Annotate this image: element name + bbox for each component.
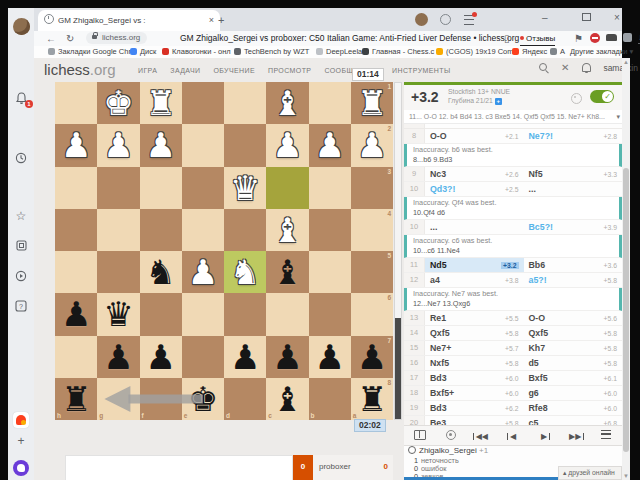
move[interactable]: Rfe8+6.0 [524,401,623,415]
yandex-services-icon[interactable] [13,412,29,428]
move-eval: +2.5 [505,186,518,193]
move-eval: +2.1 [505,133,518,140]
move-number: 10 [404,182,425,196]
bookmark-favicon-icon [316,48,323,55]
other-bookmarks-button[interactable]: Другие закладки ▾ [570,47,633,57]
next-move-button[interactable]: ▶ [529,431,560,441]
move-row: 13Re1+5.5O-O+5.6 [404,311,622,326]
rank-label: 5 [387,252,391,259]
bookmark-item[interactable]: Главная - Chess.c [362,47,434,57]
square-h1[interactable] [55,82,97,124]
move-number: 20 [404,416,425,425]
square-c5[interactable]: ♝ [266,251,308,293]
bookmark-favicon-icon [234,48,241,55]
square-e3[interactable] [182,167,224,209]
square-e2[interactable] [182,124,224,166]
move-number: 9 [404,167,425,181]
square-h5[interactable] [55,251,97,293]
move-eval: +5.8 [604,345,617,352]
square-f1[interactable]: ♜ [140,82,182,124]
rank-label: 2 [387,125,391,132]
engine-depth: Глубина 21/21 [448,97,493,104]
move[interactable]: Kh7+5.8 [524,341,623,355]
move-row: 16Nxf5+5.8d5+5.8 [404,356,622,371]
nav-item-просмотр[interactable]: ПРОСМОТР [268,67,311,74]
white-pawn[interactable]: ♟ [140,124,182,166]
move-row: 9Nc3+2.6Nf5+3.3 [404,167,622,182]
move-row: 10...Bc5?!+3.9 [404,220,622,235]
move[interactable]: g6+6.0 [524,386,623,400]
square-g7[interactable]: ♟ [97,336,139,378]
move-row: 10Qd3?!+2.5... [404,182,622,197]
move-eval: +6.0 [505,375,518,382]
move-row: 17Bd3+6.0Bxf5+6.1 [404,371,622,386]
bookmark-favicon-icon [436,48,443,55]
toggle-check-icon: ✓ [602,91,613,102]
analysis-panel: +3.2 Stockfish 13+ NNUE Глубина 21/21 + … [404,82,622,480]
square-h2[interactable]: ♟ [55,124,97,166]
address-bar[interactable]: lichess.org [86,32,147,44]
move-eval: +5.7 [505,345,518,352]
move[interactable]: d5+5.8 [524,356,623,370]
black-pawn[interactable]: ♟ [266,336,308,378]
square-h7[interactable] [55,336,97,378]
white-pawn[interactable]: ♟ [309,124,351,166]
square-b7[interactable]: ♟ [309,336,351,378]
reader-mode-icon[interactable]: ▯ [504,32,510,45]
lichess-page: lichess.org ИГРАЗАДАЧИОБУЧЕНИЕПРОСМОТРСО… [34,58,622,480]
white-rook[interactable]: ♜ [140,82,182,124]
move-number: 12 [404,273,425,287]
feedback-button[interactable]: Отзывы [520,32,555,46]
move[interactable]: Nf5+3.3 [524,167,623,181]
lichess-logo[interactable]: lichess.org [44,61,116,78]
move[interactable]: Bxf5++6.0 [425,386,524,400]
move-row: 20Be3+5.8c5+6.8 [404,416,622,425]
close-x-icon[interactable]: ✕ [561,63,569,73]
tab-close-icon[interactable]: × [209,10,214,31]
move-eval: +2.6 [505,171,518,178]
bookmark-item[interactable]: DeepLeela [316,47,362,57]
square-e8[interactable]: ♚e [182,378,224,420]
bookmark-favicon-icon [512,48,519,55]
bookmark-item[interactable]: (CGOS) 19x19 Com [436,47,514,57]
move[interactable]: Ne7++5.7 [425,341,524,355]
alice-assistant-icon[interactable] [13,460,29,476]
move-number: 15 [404,341,425,355]
engine-line[interactable]: 11... O-O 12. b4 Bd4 13. c3 Bxe5 14. Qxf… [404,110,622,124]
move-eval: +6.0 [505,390,518,397]
move-eval: +5.8 [604,360,617,367]
move[interactable]: Nd5+3.2 [425,258,524,272]
square-g1[interactable]: ♚ [97,82,139,124]
bookmark-favicon-icon [130,48,137,55]
move[interactable]: O-O+5.6 [524,311,623,325]
white-knight[interactable]: ♞ [224,251,266,293]
comment-variation[interactable]: 12...Ne7 13.Qxg6 [413,299,619,309]
bookmark-flag-icon[interactable]: ⚑ [574,32,583,45]
eval-gauge [394,82,402,420]
square-e5[interactable]: ♟ [182,251,224,293]
scroll-up-icon[interactable]: ▲ [622,59,630,65]
move-row: 18Bxf5++6.0g6+6.0 [404,386,622,401]
white-pawn[interactable]: ♟ [182,251,224,293]
feedback-dot [520,36,524,40]
browser-profile-avatar[interactable] [415,13,428,26]
square-g8[interactable]: g [97,378,139,420]
help-icon[interactable]: ? [8,300,34,314]
username[interactable]: samarkin [603,63,637,73]
white-king[interactable]: ♚ [97,82,139,124]
browser-toolbar: ← ↻ lichess.org GM Zhigalko_Sergei vs pr… [34,31,622,46]
square-a4[interactable]: 4 [351,209,393,251]
move[interactable]: ... [425,220,524,234]
practice-target-icon[interactable] [435,430,466,442]
black-pawn[interactable]: ♟ [309,336,351,378]
engine-eval: +3.2 [411,89,439,105]
move[interactable]: a5?!+5.8 [524,273,623,287]
square-h8[interactable]: ♜h [55,378,97,420]
move-eval: +2.8 [604,133,617,140]
move-eval: +5.8 [604,277,617,284]
address-page-title: GM Zhigalko_Sergei vs proboxer: C50 Ital… [180,32,519,45]
move[interactable]: Be3+5.8 [425,416,524,425]
page-scrollbar[interactable]: ▲ ▼ [622,58,630,480]
engine-toggle[interactable]: ✓ [590,90,614,103]
browser-menu-icon[interactable] [464,15,474,25]
rank-label: 8 [387,379,391,386]
notifications-bell-icon[interactable]: 1 [8,92,34,106]
move-number: 8 [404,129,425,143]
bookmarks-star-icon[interactable]: ☆ [8,209,34,223]
move-eval: +3.2 [501,262,518,269]
square-h6[interactable]: ♟ [55,293,97,335]
car-extension-icon[interactable] [606,34,617,41]
reload-icon[interactable]: ↻ [66,32,74,45]
bookmark-item[interactable]: TechBench by WZT [234,47,309,57]
black-pawn[interactable]: ♟ [55,293,97,335]
move-list[interactable]: 8O-O+2.1Ne7?!+2.8Inaccuracy. b6 was best… [404,124,622,425]
black-pawn[interactable]: ♟ [224,336,266,378]
rank-label: 3 [387,168,391,175]
white-queen[interactable]: ♛ [224,167,266,209]
comment-text: Inaccuracy. b6 was best. [413,145,619,155]
rank-label: 6 [387,294,391,301]
square-b1[interactable] [309,82,351,124]
square-h4[interactable] [55,209,97,251]
comment-text: Inaccuracy. c6 was best. [413,236,619,246]
rank-label: 4 [387,210,391,217]
add-panel-icon[interactable]: + [8,434,34,448]
square-f8[interactable]: f [140,378,182,420]
square-f3[interactable] [140,167,182,209]
square-e1[interactable] [182,82,224,124]
tab-title: GM Zhigalko_Sergei vs : [58,16,146,25]
square-h3[interactable] [55,167,97,209]
move[interactable]: Bb6+3.6 [524,258,623,272]
restore-button[interactable] [582,12,591,23]
move-row: 15Ne7++5.7Kh7+5.8 [404,341,622,356]
lichess-nav: ИГРАЗАДАЧИОБУЧЕНИЕПРОСМОТРСООБЩЕСТВОИНСТ… [138,67,451,74]
last-move-button[interactable]: ▶▶ [560,431,591,441]
square-b8[interactable]: b [309,378,351,420]
nav-item-задачи[interactable]: ЗАДАЧИ [170,67,200,74]
move[interactable]: Bd3+6.0 [425,371,524,385]
move[interactable]: a4+3.8 [425,273,524,287]
prev-move-button[interactable]: ◀ [497,431,528,441]
svg-text:?: ? [19,303,23,310]
scrollbar-thumb[interactable] [623,168,629,452]
chess-board[interactable]: ♚♜♝♜1♟♟♟♟♟♟2♛3♝4♞♟♞♝5♟♛6♟♟♟♟♟♟7♜hgf♚ed♝c… [55,82,393,420]
new-tab-button[interactable]: + [218,14,224,26]
opening-book-icon[interactable] [404,430,435,442]
move-number: 16 [404,356,425,370]
menu-alert-dot [472,12,477,17]
black-knight[interactable]: ♞ [140,251,182,293]
menu-icon[interactable] [591,430,622,441]
adblock-icon[interactable] [590,33,600,43]
square-c4[interactable]: ♝ [266,209,308,251]
square-d2[interactable] [224,124,266,166]
search-icon[interactable] [539,63,549,73]
file-label: c [268,412,272,419]
move-number: 10 [404,220,425,234]
square-g6[interactable]: ♛ [97,293,139,335]
black-rook[interactable]: ♜ [55,378,97,420]
bookmark-favicon-icon [362,48,369,55]
gear-icon[interactable] [571,93,582,104]
move-eval: +3.8 [505,277,518,284]
bookmark-item[interactable]: A [550,47,565,57]
black-bishop[interactable]: ♝ [266,251,308,293]
collections-icon[interactable] [8,240,34,253]
white-clock: 01:14 [352,68,384,81]
comment-variation[interactable]: 10...c6 11.Ne4 [413,246,619,256]
comment-text: Inaccuracy. Qf4 was best. [413,198,619,208]
friends-online-bar[interactable]: ▴ друзей онлайн [558,466,622,480]
move[interactable]: Qxf5+5.8 [524,326,623,340]
analysis-controls: ◀◀ ◀ ▶ ▶▶ [404,425,622,446]
move-eval: +6.0 [604,390,617,397]
crosstable-player-name[interactable]: proboxer [313,455,393,480]
video-play-icon[interactable] [8,270,34,284]
square-e6[interactable] [182,293,224,335]
square-d1[interactable] [224,82,266,124]
bookmark-item[interactable]: Яндекс [512,47,547,57]
bookmark-favicon-icon [162,48,169,55]
move-row: 14Qxf5+5.8Qxf5+5.8 [404,326,622,341]
move[interactable]: Bd3+6.2 [425,401,524,415]
bookmark-favicon-icon [550,48,557,55]
square-a6[interactable]: 6 [351,293,393,335]
square-f4[interactable] [140,209,182,251]
square-f2[interactable]: ♟ [140,124,182,166]
move-row: 11Nd5+3.2Bb6+3.6 [404,258,622,273]
notification-badge: 1 [25,100,33,108]
move-eval: +6.2 [505,405,518,412]
move[interactable]: Bxf5+6.1 [524,371,623,385]
url-domain: lichess.org [102,33,140,42]
accuracy-report: Zhigalko_Sergei +1 1неточность0ошибок0зе… [408,446,525,480]
square-b4[interactable] [309,209,351,251]
move-eval: +3.6 [604,262,617,269]
square-a5[interactable]: 5 [351,251,393,293]
move-eval: +6.0 [604,405,617,412]
back-icon[interactable]: ← [46,32,56,45]
square-d7[interactable]: ♟ [224,336,266,378]
white-bishop[interactable]: ♝ [266,209,308,251]
move[interactable]: Qxf5+5.8 [425,326,524,340]
bookmark-item[interactable]: Диск [130,47,156,57]
extension-icon[interactable] [623,33,632,42]
file-label: d [226,412,230,419]
nav-item-инструменты[interactable]: ИНСТРУМЕНТЫ [392,67,451,74]
move-eval: +5.6 [604,315,617,322]
nav-item-игра[interactable]: ИГРА [138,67,157,74]
black-pawn[interactable]: ♟ [97,336,139,378]
square-c7[interactable]: ♟ [266,336,308,378]
square-f5[interactable]: ♞ [140,251,182,293]
judgment-comment: Inaccuracy. b6 was best.8...b6 9.Bd3 [404,144,622,167]
square-a2[interactable]: ♟2 [351,124,393,166]
move-number: 18 [404,386,425,400]
first-move-button[interactable]: ◀◀ [466,431,497,441]
square-e7[interactable] [182,336,224,378]
history-clock-icon[interactable] [8,152,34,166]
judgment-comment: Inaccuracy. Ne7 was best.12...Ne7 13.Qxg… [404,288,622,311]
move[interactable]: Nc3+2.6 [425,167,524,181]
square-f7[interactable]: ♟ [140,336,182,378]
move[interactable]: Qd3?!+2.5 [425,182,524,196]
rank-label: 7 [387,337,391,344]
move-row: 12a4+3.8a5?!+5.8 [404,273,622,288]
comment-text: Inaccuracy. Ne7 was best. [413,289,619,299]
square-a1[interactable]: ♜1 [351,82,393,124]
square-a7[interactable]: ♟7 [351,336,393,378]
comment-variation[interactable]: 8...b6 9.Bd3 [413,155,619,165]
move-eval: +5.8 [505,330,518,337]
nav-item-обучение[interactable]: ОБУЧЕНИЕ [213,67,255,74]
move-number: 17 [404,371,425,385]
judgment-comment: Inaccuracy. c6 was best.10...c6 11.Ne4 [404,235,622,258]
file-label: a [353,412,357,419]
move[interactable]: c5+6.8 [524,416,623,425]
square-g2[interactable]: ♟ [97,124,139,166]
white-pawn[interactable]: ♟ [97,124,139,166]
square-g3[interactable] [97,167,139,209]
bookmark-favicon-icon [48,48,55,55]
move-row: 19Bd3+6.2Rfe8+6.0 [404,401,622,416]
white-player-line[interactable]: Zhigalko_Sergei +1 [408,446,525,456]
move-eval: +5.8 [604,330,617,337]
square-e4[interactable] [182,209,224,251]
square-a3[interactable]: 3 [351,167,393,209]
file-label: b [311,412,315,419]
bookmark-item[interactable]: Клавогонки - онл [162,47,231,57]
black-clock: 02:02 [354,419,386,432]
black-bishop[interactable]: ♝ [266,378,308,420]
square-f6[interactable] [140,293,182,335]
square-d4[interactable] [224,209,266,251]
square-c8[interactable]: ♝c [266,378,308,420]
white-pawn[interactable]: ♟ [55,124,97,166]
line-dropdown-icon[interactable]: ▾ [616,110,620,124]
rank-label: 1 [387,83,391,90]
square-c1[interactable]: ♝ [266,82,308,124]
square-a8[interactable]: ♜a8 [351,378,393,420]
bookmark-item[interactable]: Закладки Google Chro [48,47,135,57]
square-c6[interactable] [266,293,308,335]
profile-avatar[interactable] [13,18,30,35]
file-label: h [57,412,61,419]
square-b2[interactable]: ♟ [309,124,351,166]
move-eval: +3.9 [604,224,617,231]
tab-favicon-icon [44,14,54,24]
white-pawn[interactable]: ♟ [266,124,308,166]
move[interactable]: Nxf5+5.8 [425,356,524,370]
minimize-button[interactable]: – [542,12,548,23]
move-number: 14 [404,326,425,340]
crosstable-current-score: 0 [293,455,313,480]
close-button[interactable]: × [614,12,620,23]
judgment-comment: Inaccuracy. Qf4 was best.10.Qf4 d6 [404,197,622,220]
move-eval: +3.3 [604,171,617,178]
white-bishop[interactable]: ♝ [266,82,308,124]
crosstable-results[interactable] [65,455,293,480]
bell-icon[interactable] [581,63,591,73]
tab-bar: GM Zhigalko_Sergei vs : × + – × [34,8,622,31]
scroll-down-icon[interactable]: ▼ [622,473,630,479]
square-d6[interactable] [224,293,266,335]
move[interactable]: O-O+2.1 [425,129,524,143]
move[interactable]: Re1+5.5 [425,311,524,325]
move-number: 11 [404,258,425,272]
move[interactable]: Ne7?!+2.8 [524,129,623,143]
browser-circle-icon[interactable] [440,14,451,25]
white-color-icon [408,446,416,454]
black-king[interactable]: ♚ [182,378,224,420]
deeper-plus-icon[interactable]: + [495,98,502,105]
square-b6[interactable] [309,293,351,335]
square-g5[interactable] [97,251,139,293]
browser-tab[interactable]: GM Zhigalko_Sergei vs : × [38,10,220,31]
engine-info: Stockfish 13+ NNUE Глубина 21/21 + [448,87,510,105]
move-eval: +5.8 [505,360,518,367]
engine-name: Stockfish 13+ NNUE [448,88,510,95]
square-c2[interactable]: ♟ [266,124,308,166]
file-label: g [99,412,103,419]
crosstable-total: 0 [384,455,388,479]
square-c3[interactable] [266,167,308,209]
comment-variation[interactable]: 10.Qf4 d6 [413,208,619,218]
square-d3[interactable]: ♛ [224,167,266,209]
move[interactable]: Bc5?!+3.9 [524,220,623,234]
move[interactable]: ... [524,182,623,196]
move-eval: +6.1 [604,375,617,382]
eval-gauge-black [395,318,401,419]
square-d8[interactable]: d [224,378,266,420]
black-pawn[interactable]: ♟ [140,336,182,378]
square-b3[interactable] [309,167,351,209]
crosstable: 0 proboxer 0 [65,455,393,480]
screen: { "game": "chess", "position": "r1b1k2r/… [0,0,640,480]
black-queen[interactable]: ♛ [97,293,139,335]
square-d5[interactable]: ♞ [224,251,266,293]
square-b5[interactable] [309,251,351,293]
browser-sidebar: 1 ☆ ? + [8,8,34,480]
square-g4[interactable] [97,209,139,251]
move-number: 13 [404,311,425,325]
